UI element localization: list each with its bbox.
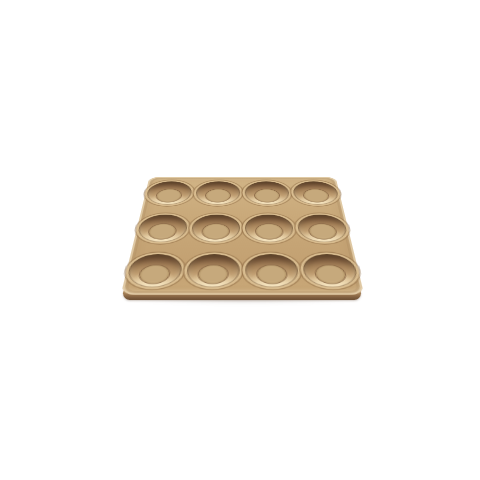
muffin-cup-r3c2 — [185, 254, 240, 287]
muffin-cup-r1c3 — [244, 181, 290, 204]
muffin-cup-r1c2 — [194, 181, 240, 204]
muffin-cup-r3c1 — [125, 254, 184, 287]
muffin-cup-r2c4 — [295, 215, 348, 243]
product-photo-stage — [0, 0, 480, 480]
muffin-cup-r2c1 — [136, 215, 189, 243]
muffin-cup-r3c3 — [245, 254, 300, 287]
muffin-cup-r1c1 — [144, 181, 192, 204]
muffin-cup-r2c3 — [244, 215, 294, 243]
muffin-cup-r3c4 — [300, 254, 359, 287]
cup-grid — [120, 177, 363, 295]
muffin-cup-r2c2 — [190, 215, 240, 243]
muffin-pan-top-surface — [120, 177, 363, 295]
muffin-cup-r1c4 — [291, 181, 339, 204]
